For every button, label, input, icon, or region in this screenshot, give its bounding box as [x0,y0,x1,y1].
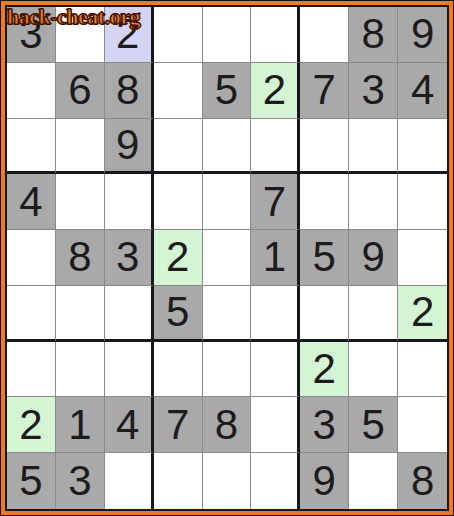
cell-r2c8[interactable] [398,119,447,175]
cell-r1c3[interactable] [154,63,203,119]
cell-r2c2[interactable]: 9 [105,119,154,175]
cell-r0c3[interactable] [154,7,203,63]
cell-r0c7[interactable]: 8 [349,7,398,63]
cell-r3c7[interactable] [349,174,398,230]
cell-r3c8[interactable] [398,174,447,230]
cell-r2c3[interactable] [154,119,203,175]
cell-r4c5[interactable]: 1 [251,230,300,286]
cell-r1c7[interactable]: 3 [349,63,398,119]
cell-r2c6[interactable] [300,119,349,175]
cell-r4c6[interactable]: 5 [300,230,349,286]
cell-r4c7[interactable]: 9 [349,230,398,286]
cell-r8c8[interactable]: 8 [398,453,447,509]
cell-r7c3[interactable]: 7 [154,397,203,453]
cell-r3c4[interactable] [203,174,252,230]
cell-r5c6[interactable] [300,286,349,342]
cell-r8c1[interactable]: 3 [56,453,105,509]
cell-r4c3[interactable]: 2 [154,230,203,286]
cell-r5c5[interactable] [251,286,300,342]
cell-r6c4[interactable] [203,342,252,398]
cell-r4c1[interactable]: 8 [56,230,105,286]
cell-r8c0[interactable]: 5 [7,453,56,509]
cell-r5c2[interactable] [105,286,154,342]
cell-r8c7[interactable] [349,453,398,509]
cell-r3c6[interactable] [300,174,349,230]
cell-r0c0[interactable]: 3 [7,7,56,63]
cell-r5c3[interactable]: 5 [154,286,203,342]
cell-r6c2[interactable] [105,342,154,398]
sudoku-board: 3289685273494783215952221478355398 [5,5,449,511]
cell-r2c0[interactable] [7,119,56,175]
cell-r8c4[interactable] [203,453,252,509]
cell-r3c2[interactable] [105,174,154,230]
cell-r5c7[interactable] [349,286,398,342]
cell-r2c4[interactable] [203,119,252,175]
cell-r1c8[interactable]: 4 [398,63,447,119]
cell-r2c5[interactable] [251,119,300,175]
cell-r1c1[interactable]: 6 [56,63,105,119]
cell-r1c5[interactable]: 2 [251,63,300,119]
cell-r0c5[interactable] [251,7,300,63]
cell-r2c7[interactable] [349,119,398,175]
cell-r1c0[interactable] [7,63,56,119]
cell-r5c8[interactable]: 2 [398,286,447,342]
cell-r7c5[interactable] [251,397,300,453]
cell-r2c1[interactable] [56,119,105,175]
cell-r0c1[interactable] [56,7,105,63]
cell-r8c3[interactable] [154,453,203,509]
cell-r0c6[interactable] [300,7,349,63]
cell-r6c3[interactable] [154,342,203,398]
cell-r7c7[interactable]: 5 [349,397,398,453]
cell-r0c2[interactable]: 2 [105,7,154,63]
cell-r5c0[interactable] [7,286,56,342]
cell-r7c2[interactable]: 4 [105,397,154,453]
cell-r3c1[interactable] [56,174,105,230]
cell-r6c6[interactable]: 2 [300,342,349,398]
cell-r8c5[interactable] [251,453,300,509]
cell-r3c0[interactable]: 4 [7,174,56,230]
cell-r4c4[interactable] [203,230,252,286]
cell-r6c8[interactable] [398,342,447,398]
cell-r5c4[interactable] [203,286,252,342]
screenshot-frame: hack-cheat.org 3289685273494783215952221… [0,0,454,516]
cell-r4c0[interactable] [7,230,56,286]
cell-r3c5[interactable]: 7 [251,174,300,230]
cell-r6c1[interactable] [56,342,105,398]
cell-r7c8[interactable] [398,397,447,453]
cell-r8c2[interactable] [105,453,154,509]
cell-r5c1[interactable] [56,286,105,342]
cell-r4c8[interactable] [398,230,447,286]
cell-r7c6[interactable]: 3 [300,397,349,453]
cell-r1c2[interactable]: 8 [105,63,154,119]
cell-r6c0[interactable] [7,342,56,398]
cell-r0c4[interactable] [203,7,252,63]
cell-r7c4[interactable]: 8 [203,397,252,453]
cell-r0c8[interactable]: 9 [398,7,447,63]
cell-r8c6[interactable]: 9 [300,453,349,509]
cell-r4c2[interactable]: 3 [105,230,154,286]
cell-r6c7[interactable] [349,342,398,398]
cell-r3c3[interactable] [154,174,203,230]
cell-r7c1[interactable]: 1 [56,397,105,453]
cell-r1c6[interactable]: 7 [300,63,349,119]
cell-r6c5[interactable] [251,342,300,398]
cell-r7c0[interactable]: 2 [7,397,56,453]
cell-r1c4[interactable]: 5 [203,63,252,119]
